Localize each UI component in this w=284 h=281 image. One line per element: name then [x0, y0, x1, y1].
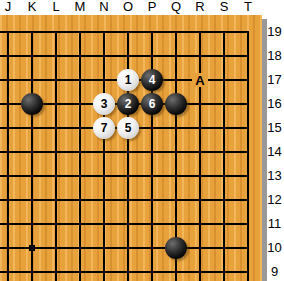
coordinate-label-row-12: 12: [265, 193, 284, 207]
coordinate-label-col-Q: Q: [166, 0, 186, 14]
star-point-K10: [29, 245, 35, 251]
stone-black-P17: 4: [141, 69, 163, 91]
stone-move-number: 2: [125, 97, 132, 111]
coordinate-label-col-N: N: [94, 0, 114, 14]
grid-line-col-T: [247, 31, 249, 281]
coordinate-label-row-19: 19: [265, 25, 284, 39]
coordinate-label-col-L: L: [46, 0, 66, 14]
grid-line-row-12: [0, 199, 249, 201]
coordinate-label-col-S: S: [214, 0, 234, 14]
coordinate-label-row-13: 13: [265, 169, 284, 183]
stone-white-N15: 7: [93, 117, 115, 139]
stone-move-number: 5: [125, 121, 132, 135]
stone-white-O15: 5: [117, 117, 139, 139]
coordinate-label-row-17: 17: [265, 73, 284, 87]
coordinate-label-row-9: 9: [265, 265, 284, 279]
stone-black-Q16: [165, 93, 187, 115]
grid-line-row-13: [0, 175, 249, 177]
grid-line-row-14: [0, 151, 249, 153]
stone-white-O17: 1: [117, 69, 139, 91]
grid-line-col-L: [55, 31, 57, 281]
grid-line-col-K: [31, 31, 33, 281]
coordinate-label-col-T: T: [238, 0, 258, 14]
stone-black-K16: [21, 93, 43, 115]
stone-black-Q10: [165, 237, 187, 259]
coordinate-label-col-K: K: [22, 0, 42, 14]
coordinate-label-row-14: 14: [265, 145, 284, 159]
coordinate-label-col-J: J: [0, 0, 18, 14]
grid-line-col-S: [223, 31, 225, 281]
stone-move-number: 4: [149, 73, 156, 87]
grid-line-row-10: [0, 247, 249, 249]
coordinate-label-row-16: 16: [265, 97, 284, 111]
grid-line-row-19: [0, 31, 249, 33]
grid-line-col-R: [199, 31, 201, 281]
coordinate-label-row-18: 18: [265, 49, 284, 63]
stone-white-N16: 3: [93, 93, 115, 115]
coordinate-label-col-M: M: [70, 0, 90, 14]
stone-black-O16: 2: [117, 93, 139, 115]
point-label-A-R17: A: [192, 73, 208, 87]
stone-move-number: 6: [149, 97, 156, 111]
coordinate-label-row-15: 15: [265, 121, 284, 135]
grid-line-row-18: [0, 55, 249, 57]
coordinate-label-col-O: O: [118, 0, 138, 14]
stone-move-number: 7: [101, 121, 108, 135]
stone-move-number: 1: [125, 73, 132, 87]
coordinate-label-row-10: 10: [265, 241, 284, 255]
coordinate-label-row-11: 11: [265, 217, 284, 231]
grid-line-row-11: [0, 223, 249, 225]
grid-line-col-M: [79, 31, 81, 281]
stone-black-P16: 6: [141, 93, 163, 115]
go-diagram: JKLMNOPQRST 191817161514131211109 123456…: [0, 0, 284, 281]
grid-line-col-J: [7, 31, 9, 281]
grid-line-row-9: [0, 271, 249, 273]
stone-move-number: 3: [101, 97, 108, 111]
coordinate-label-col-P: P: [142, 0, 162, 14]
coordinate-label-col-R: R: [190, 0, 210, 14]
grid-line-col-N: [103, 31, 105, 281]
